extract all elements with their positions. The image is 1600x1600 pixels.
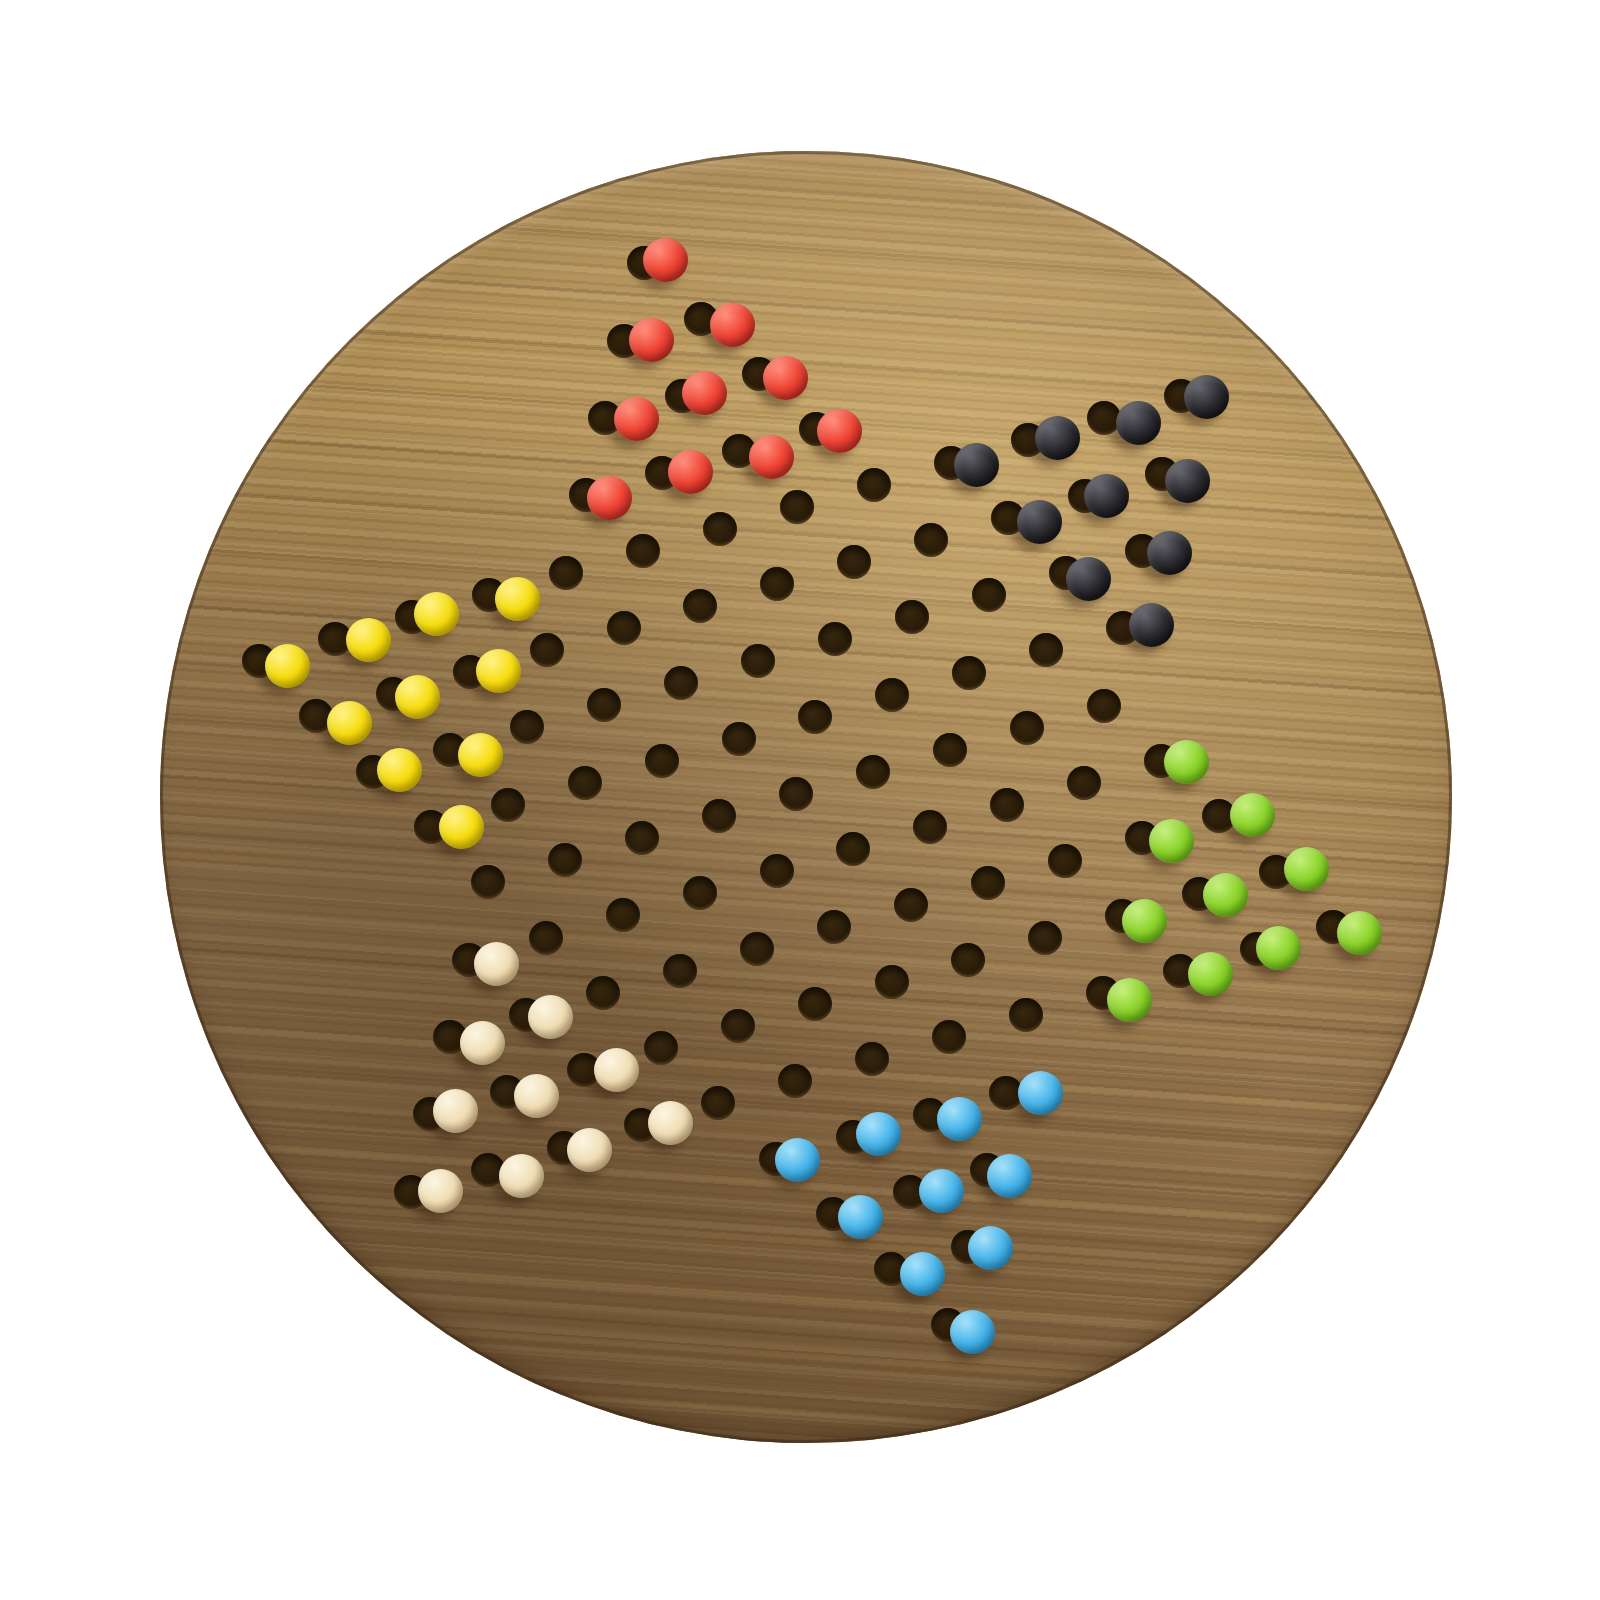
board-hole[interactable] [780,490,814,524]
peg-cream[interactable] [418,1169,463,1213]
peg-black[interactable] [1147,531,1192,575]
board-hole[interactable] [933,733,967,767]
peg-yellow[interactable] [377,748,422,792]
board-hole[interactable] [625,821,659,855]
board-hole[interactable] [548,843,582,877]
board-hole[interactable] [857,468,891,502]
board-hole[interactable] [778,1064,812,1098]
board-hole[interactable] [856,755,890,789]
peg-yellow[interactable] [414,592,459,636]
peg-cream[interactable] [528,995,573,1039]
board-hole[interactable] [971,866,1005,900]
board-hole[interactable] [1010,711,1044,745]
peg-black[interactable] [1129,603,1174,647]
board-hole[interactable] [760,567,794,601]
peg-blue[interactable] [950,1310,995,1354]
board-hole[interactable] [491,788,525,822]
peg-black[interactable] [1035,416,1080,460]
board-hole[interactable] [683,876,717,910]
board-hole[interactable] [703,512,737,546]
peg-yellow[interactable] [439,805,484,849]
board-hole[interactable] [1048,844,1082,878]
peg-yellow[interactable] [327,701,372,745]
board-hole[interactable] [1029,633,1063,667]
board-hole[interactable] [836,832,870,866]
board-hole[interactable] [932,1020,966,1054]
product-photo-canvas: Overhead product photo of a round wooden… [0,0,1600,1600]
board-hole[interactable] [702,799,736,833]
peg-green[interactable] [1107,978,1152,1022]
board-hole[interactable] [1028,921,1062,955]
peg-green[interactable] [1188,952,1233,996]
board-hole[interactable] [818,622,852,656]
board-hole[interactable] [894,888,928,922]
peg-yellow[interactable] [458,733,503,777]
peg-green[interactable] [1122,899,1167,943]
peg-red[interactable] [710,303,755,347]
peg-red[interactable] [749,435,794,479]
board-hole[interactable] [952,656,986,690]
board-hole[interactable] [663,954,697,988]
board-hole[interactable] [510,710,544,744]
peg-green[interactable] [1164,740,1209,784]
board-hole[interactable] [644,1031,678,1065]
board-hole[interactable] [798,700,832,734]
board-hole[interactable] [1009,998,1043,1032]
board-hole[interactable] [951,943,985,977]
peg-black[interactable] [1165,459,1210,503]
peg-blue[interactable] [775,1138,820,1182]
peg-green[interactable] [1256,926,1301,970]
board-hole[interactable] [875,678,909,712]
board-hole[interactable] [645,744,679,778]
board-hole[interactable] [855,1042,889,1076]
board-hole[interactable] [606,898,640,932]
peg-blue[interactable] [919,1169,964,1213]
board-hole[interactable] [779,777,813,811]
peg-black[interactable] [1066,557,1111,601]
peg-yellow[interactable] [495,577,540,621]
board-cells [0,0,1600,1600]
peg-red[interactable] [668,450,713,494]
peg-cream[interactable] [433,1089,478,1133]
peg-red[interactable] [763,356,808,400]
peg-yellow[interactable] [265,644,310,688]
board-hole[interactable] [471,865,505,899]
board-hole[interactable] [837,545,871,579]
peg-blue[interactable] [856,1112,901,1156]
peg-blue[interactable] [987,1154,1032,1198]
board-hole[interactable] [990,788,1024,822]
peg-red[interactable] [643,238,688,282]
peg-red[interactable] [614,397,659,441]
peg-cream[interactable] [594,1048,639,1092]
board-hole[interactable] [913,810,947,844]
board-hole[interactable] [664,666,698,700]
board-hole[interactable] [895,600,929,634]
board-hole[interactable] [972,578,1006,612]
board-hole[interactable] [798,987,832,1021]
board-hole[interactable] [721,1009,755,1043]
board-hole[interactable] [529,921,563,955]
peg-green[interactable] [1203,873,1248,917]
peg-red[interactable] [629,318,674,362]
board-hole[interactable] [760,854,794,888]
board-hole[interactable] [875,965,909,999]
peg-green[interactable] [1284,847,1329,891]
peg-red[interactable] [587,476,632,520]
peg-black[interactable] [954,443,999,487]
board-hole[interactable] [740,932,774,966]
peg-yellow[interactable] [346,618,391,662]
peg-blue[interactable] [937,1097,982,1141]
board-hole[interactable] [586,976,620,1010]
peg-black[interactable] [1184,375,1229,419]
board-hole[interactable] [587,688,621,722]
peg-cream[interactable] [460,1021,505,1065]
board-hole[interactable] [626,534,660,568]
board-hole[interactable] [701,1086,735,1120]
board-hole[interactable] [607,611,641,645]
peg-green[interactable] [1337,911,1382,955]
board-hole[interactable] [722,722,756,756]
peg-green[interactable] [1149,819,1194,863]
peg-black[interactable] [1017,500,1062,544]
peg-blue[interactable] [838,1195,883,1239]
board-hole[interactable] [914,523,948,557]
peg-black[interactable] [1116,401,1161,445]
peg-cream[interactable] [474,942,519,986]
peg-green[interactable] [1230,793,1275,837]
peg-cream[interactable] [499,1154,544,1198]
board-hole[interactable] [1067,766,1101,800]
peg-red[interactable] [817,409,862,453]
peg-blue[interactable] [968,1226,1013,1270]
peg-cream[interactable] [514,1074,559,1118]
board-hole[interactable] [568,766,602,800]
board-hole[interactable] [1087,689,1121,723]
board-hole[interactable] [549,556,583,590]
peg-black[interactable] [1084,474,1129,518]
board-hole[interactable] [683,589,717,623]
peg-yellow[interactable] [476,649,521,693]
peg-cream[interactable] [567,1128,612,1172]
board-hole[interactable] [741,644,775,678]
peg-yellow[interactable] [395,675,440,719]
board-hole[interactable] [530,633,564,667]
board-hole[interactable] [817,910,851,944]
peg-cream[interactable] [648,1101,693,1145]
peg-blue[interactable] [900,1252,945,1296]
peg-red[interactable] [682,371,727,415]
peg-blue[interactable] [1018,1071,1063,1115]
